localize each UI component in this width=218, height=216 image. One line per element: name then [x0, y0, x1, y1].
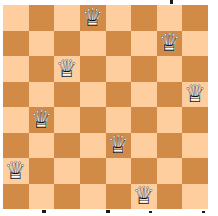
square-h8[interactable]: [182, 5, 208, 31]
square-f4[interactable]: [131, 107, 157, 133]
square-h1[interactable]: [182, 184, 208, 210]
square-e6[interactable]: [106, 56, 132, 82]
square-a3[interactable]: [3, 133, 29, 159]
square-b3[interactable]: [29, 133, 55, 159]
square-d5[interactable]: [80, 82, 106, 108]
white-queen: ♛♕: [80, 5, 106, 31]
square-h6[interactable]: [182, 56, 208, 82]
square-f7[interactable]: [131, 31, 157, 57]
square-h3[interactable]: [182, 133, 208, 159]
square-c6[interactable]: ♛♕: [54, 56, 80, 82]
square-c3[interactable]: [54, 133, 80, 159]
square-b2[interactable]: [29, 158, 55, 184]
square-g2[interactable]: [157, 158, 183, 184]
square-a2[interactable]: ♛♕: [3, 158, 29, 184]
square-g8[interactable]: [157, 5, 183, 31]
square-h2[interactable]: [182, 158, 208, 184]
square-d2[interactable]: [80, 158, 106, 184]
square-b4[interactable]: ♛♕: [29, 107, 55, 133]
square-a5[interactable]: [3, 82, 29, 108]
square-e2[interactable]: [106, 158, 132, 184]
square-d6[interactable]: [80, 56, 106, 82]
square-b6[interactable]: [29, 56, 55, 82]
square-f5[interactable]: [131, 82, 157, 108]
square-d8[interactable]: ♛♕: [80, 5, 106, 31]
square-c1[interactable]: [54, 184, 80, 210]
square-a1[interactable]: [3, 184, 29, 210]
square-f1[interactable]: ♛♕: [131, 184, 157, 210]
cropped-glyph-top: [170, 0, 173, 4]
white-queen: ♛♕: [182, 82, 208, 108]
chessboard-diagram: ♛♕♛♕♛♕♛♕♛♕♛♕♛♕♛♕: [0, 0, 218, 216]
square-c5[interactable]: [54, 82, 80, 108]
white-queen: ♛♕: [131, 184, 157, 210]
square-c7[interactable]: [54, 31, 80, 57]
white-queen: ♛♕: [157, 31, 183, 57]
cropped-glyph-bottom: [149, 211, 152, 213]
square-f8[interactable]: [131, 5, 157, 31]
square-b8[interactable]: [29, 5, 55, 31]
square-a7[interactable]: [3, 31, 29, 57]
square-g6[interactable]: [157, 56, 183, 82]
square-f6[interactable]: [131, 56, 157, 82]
cropped-glyph-bottom: [202, 211, 205, 213]
square-e3[interactable]: ♛♕: [106, 133, 132, 159]
square-d7[interactable]: [80, 31, 106, 57]
square-e1[interactable]: [106, 184, 132, 210]
cropped-glyph-bottom: [42, 210, 46, 213]
square-f2[interactable]: [131, 158, 157, 184]
square-g3[interactable]: [157, 133, 183, 159]
square-a8[interactable]: [3, 5, 29, 31]
white-queen: ♛♕: [106, 133, 132, 159]
white-queen: ♛♕: [29, 107, 55, 133]
square-h7[interactable]: [182, 31, 208, 57]
square-h5[interactable]: ♛♕: [182, 82, 208, 108]
square-e8[interactable]: [106, 5, 132, 31]
square-d1[interactable]: [80, 184, 106, 210]
square-a4[interactable]: [3, 107, 29, 133]
square-a6[interactable]: [3, 56, 29, 82]
square-g1[interactable]: [157, 184, 183, 210]
square-f3[interactable]: [131, 133, 157, 159]
white-queen: ♛♕: [3, 158, 29, 184]
square-b7[interactable]: [29, 31, 55, 57]
square-c2[interactable]: [54, 158, 80, 184]
square-d4[interactable]: [80, 107, 106, 133]
square-c8[interactable]: [54, 5, 80, 31]
square-e5[interactable]: [106, 82, 132, 108]
white-queen: ♛♕: [54, 56, 80, 82]
chess-board: ♛♕♛♕♛♕♛♕♛♕♛♕♛♕♛♕: [3, 5, 208, 209]
cropped-glyph-bottom: [106, 210, 110, 213]
square-c4[interactable]: [54, 107, 80, 133]
square-h4[interactable]: [182, 107, 208, 133]
square-g7[interactable]: ♛♕: [157, 31, 183, 57]
square-g5[interactable]: [157, 82, 183, 108]
square-g4[interactable]: [157, 107, 183, 133]
square-b1[interactable]: [29, 184, 55, 210]
square-b5[interactable]: [29, 82, 55, 108]
square-d3[interactable]: [80, 133, 106, 159]
square-e4[interactable]: [106, 107, 132, 133]
square-e7[interactable]: [106, 31, 132, 57]
